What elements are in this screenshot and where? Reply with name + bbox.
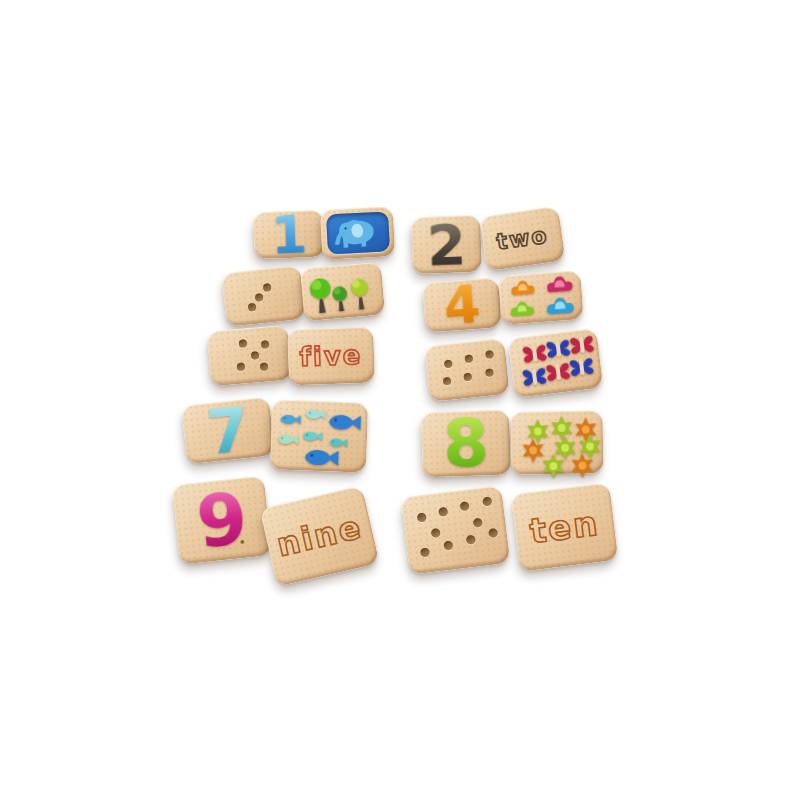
tile-picture-3-trees — [300, 262, 385, 322]
word-two: two — [495, 224, 550, 253]
product-photo-number-tiles: 1 2 two — [0, 0, 800, 800]
counting-dot — [464, 354, 473, 363]
counting-dot — [488, 528, 498, 538]
tile-numeral-1: 1 — [253, 210, 325, 259]
car-icon — [506, 298, 537, 318]
counting-dot — [485, 368, 494, 377]
counting-dot — [261, 340, 270, 349]
counting-dot — [255, 293, 264, 302]
tile-picture-1-elephant — [320, 206, 396, 260]
tile-word-ten: ten — [511, 482, 619, 571]
butterfly-icon — [567, 354, 595, 379]
fish-icon — [305, 407, 328, 421]
elephant-recess — [325, 211, 389, 254]
counting-dot — [260, 362, 269, 371]
numeral-9: 9 — [193, 482, 250, 559]
tile-picture-6-butterflies — [508, 328, 604, 398]
counting-dot — [443, 377, 452, 386]
tile-word-nine: nine — [259, 485, 379, 587]
numeral-2: 2 — [426, 216, 467, 273]
tile-dots-3 — [221, 265, 305, 327]
tile-dots-10 — [401, 485, 511, 575]
numeral-4: 4 — [442, 278, 482, 332]
counting-dot — [466, 535, 476, 545]
car-icon — [507, 277, 538, 297]
counting-dot — [420, 547, 430, 557]
tile-numeral-7: 7 — [181, 397, 275, 465]
counting-dot — [263, 283, 272, 292]
flower-icon — [540, 453, 566, 479]
flower-icon — [569, 452, 595, 478]
tile-numeral-4: 4 — [422, 277, 501, 332]
tile-picture-8-flowers — [510, 410, 603, 475]
counting-dot — [463, 373, 472, 382]
word-five: five — [299, 342, 363, 370]
word-nine: nine — [274, 511, 365, 562]
tile-dots-5 — [207, 325, 292, 387]
tile-word-two: two — [480, 206, 566, 271]
tile-dots-6 — [424, 338, 509, 402]
numeral-1: 1 — [270, 208, 308, 261]
counting-dot — [248, 303, 257, 312]
numeral-8: 8 — [442, 410, 490, 478]
fish-icon — [327, 410, 364, 434]
car-icon — [542, 273, 575, 295]
tile-numeral-2: 2 — [411, 215, 482, 274]
counting-dot — [460, 501, 470, 511]
tile-picture-4-cars — [498, 270, 583, 325]
counting-dot — [444, 360, 453, 369]
counting-dot — [239, 339, 248, 348]
tile-numeral-9: 9 — [172, 475, 272, 564]
tile-picture-7-fish — [270, 399, 368, 472]
car-icon — [542, 294, 577, 317]
tile-numeral-8: 8 — [421, 409, 511, 477]
fish-icon — [303, 446, 342, 468]
counting-dot — [431, 528, 441, 538]
fish-icon — [277, 433, 300, 447]
fish-icon — [279, 413, 302, 427]
butterfly-icon — [568, 332, 596, 357]
fish-icon — [302, 429, 324, 443]
word-ten: ten — [528, 506, 601, 548]
counting-dot — [438, 507, 448, 517]
counting-dot — [473, 518, 483, 528]
numeral-7: 7 — [204, 398, 252, 462]
trees-icon — [302, 263, 382, 319]
elephant-icon — [328, 214, 388, 253]
counting-dot — [237, 362, 246, 371]
counting-dot — [251, 351, 260, 360]
counting-dot — [443, 540, 453, 550]
tile-word-five: five — [287, 327, 375, 386]
counting-dot — [417, 513, 427, 523]
counting-dot — [485, 350, 494, 359]
counting-dot — [482, 496, 492, 506]
